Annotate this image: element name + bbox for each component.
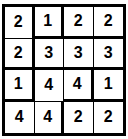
cell-r4c4: 2 bbox=[94, 102, 124, 134]
cell-r2c4: 3 bbox=[94, 39, 124, 71]
cell-r3c4: 1 bbox=[94, 70, 124, 102]
cell-r4c3: 2 bbox=[64, 102, 94, 134]
cell-r2c2: 3 bbox=[35, 39, 65, 71]
cell-r2c1: 2 bbox=[5, 39, 35, 71]
cell-r2c3: 3 bbox=[64, 39, 94, 71]
cell-r1c3: 2 bbox=[64, 7, 94, 39]
cell-r4c2: 4 bbox=[35, 102, 65, 134]
cell-r4c1: 4 bbox=[5, 102, 35, 134]
cell-r3c1: 1 bbox=[5, 70, 35, 102]
cell-r1c2: 1 bbox=[35, 7, 65, 39]
cell-r3c2: 4 bbox=[35, 70, 65, 102]
board-wrapper: 2122233314414422 bbox=[0, 0, 128, 136]
cell-r1c4: 2 bbox=[94, 7, 124, 39]
cell-r3c3: 4 bbox=[64, 70, 94, 102]
cell-r1c1: 2 bbox=[5, 7, 35, 39]
fillomino-board: 2122233314414422 bbox=[2, 4, 126, 136]
